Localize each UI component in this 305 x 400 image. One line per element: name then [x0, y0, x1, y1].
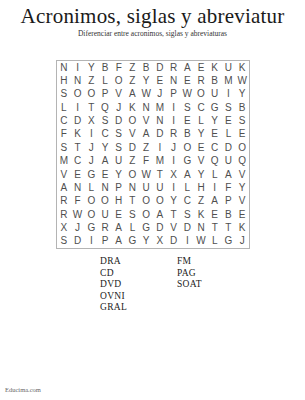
grid-cell[interactable]: Y — [112, 168, 126, 181]
grid-cell[interactable]: O — [126, 168, 140, 181]
grid-cell[interactable]: X — [167, 168, 181, 181]
grid-cell[interactable]: A — [180, 61, 194, 74]
grid-cell[interactable]: D — [167, 235, 181, 248]
grid-cell[interactable]: G — [84, 168, 98, 181]
grid-cell[interactable]: T — [153, 168, 167, 181]
grid-cell[interactable]: S — [112, 128, 126, 141]
grid-cell[interactable]: C — [180, 195, 194, 208]
grid-cell[interactable]: W — [180, 88, 194, 101]
grid-cell[interactable]: V — [235, 195, 249, 208]
grid-cell[interactable]: N — [71, 74, 85, 87]
grid-cell[interactable]: R — [167, 61, 181, 74]
grid-cell[interactable]: A — [126, 88, 140, 101]
grid-cell[interactable]: N — [167, 74, 181, 87]
grid-cell[interactable]: E — [235, 208, 249, 221]
grid-cell[interactable]: L — [98, 74, 112, 87]
grid-cell[interactable]: C — [98, 128, 112, 141]
word-list-col2: FMPAGSOAT — [177, 256, 202, 291]
grid-cell[interactable]: Y — [235, 181, 249, 194]
grid-cell[interactable]: N — [126, 181, 140, 194]
grid-cell[interactable]: E — [222, 114, 236, 127]
grid-cell[interactable]: Y — [139, 235, 153, 248]
grid-cell[interactable]: S — [57, 88, 71, 101]
grid-cell[interactable]: Z — [84, 74, 98, 87]
grid-cell[interactable]: Q — [235, 154, 249, 167]
grid-cell[interactable]: K — [235, 61, 249, 74]
grid-cell[interactable]: M — [57, 154, 71, 167]
grid-cell[interactable]: I — [167, 154, 181, 167]
grid-cell[interactable]: Z — [126, 74, 140, 87]
grid-cell[interactable]: O — [84, 208, 98, 221]
grid-cell[interactable]: P — [167, 88, 181, 101]
grid-cell[interactable]: H — [194, 181, 208, 194]
grid-cell[interactable]: V — [126, 128, 140, 141]
grid-cell[interactable]: R — [194, 74, 208, 87]
grid-cell[interactable]: E — [112, 208, 126, 221]
grid-cell[interactable]: N — [139, 101, 153, 114]
grid-cell[interactable]: W — [139, 88, 153, 101]
grid-cell[interactable]: S — [126, 208, 140, 221]
grid-cell[interactable]: S — [180, 208, 194, 221]
grid-cell[interactable]: A — [57, 181, 71, 194]
grid-cell[interactable]: D — [180, 221, 194, 234]
grid-cell[interactable]: R — [57, 208, 71, 221]
grid-cell[interactable]: D — [153, 61, 167, 74]
grid-cell[interactable]: F — [222, 181, 236, 194]
grid-cell[interactable]: O — [84, 195, 98, 208]
grid-cell[interactable]: T — [84, 101, 98, 114]
grid-cell[interactable]: Z — [126, 154, 140, 167]
grid-cell[interactable]: P — [222, 195, 236, 208]
grid-cell[interactable]: L — [180, 181, 194, 194]
grid-cell[interactable]: A — [112, 235, 126, 248]
grid-cell[interactable]: X — [153, 235, 167, 248]
grid-cell[interactable]: T — [222, 221, 236, 234]
grid-cell[interactable]: U — [222, 61, 236, 74]
grid-cell[interactable]: I — [153, 141, 167, 154]
grid-cell[interactable]: L — [57, 101, 71, 114]
grid-cell[interactable]: R — [167, 128, 181, 141]
grid-cell[interactable]: G — [208, 101, 222, 114]
grid-cell[interactable]: P — [98, 88, 112, 101]
grid-cell[interactable]: S — [180, 101, 194, 114]
grid-cell[interactable]: B — [98, 61, 112, 74]
grid-cell[interactable]: L — [222, 128, 236, 141]
grid-cell[interactable]: K — [208, 61, 222, 74]
grid-cell[interactable]: O — [71, 88, 85, 101]
grid-cell[interactable]: U — [153, 181, 167, 194]
grid-cell[interactable]: Q — [98, 101, 112, 114]
grid-cell[interactable]: A — [98, 154, 112, 167]
grid-cell[interactable]: U — [139, 181, 153, 194]
word-list-item: DVD — [100, 279, 127, 291]
grid-cell[interactable]: E — [235, 128, 249, 141]
grid-cell[interactable]: F — [71, 195, 85, 208]
grid-cell[interactable]: Q — [208, 154, 222, 167]
grid-cell[interactable]: I — [84, 128, 98, 141]
grid-cell[interactable]: P — [98, 235, 112, 248]
grid-cell[interactable]: X — [84, 114, 98, 127]
grid-cell[interactable]: I — [71, 101, 85, 114]
grid-cell[interactable]: J — [84, 154, 98, 167]
page-subtitle: Diferenciar entre acronimos, siglas y ab… — [0, 29, 305, 38]
grid-cell[interactable]: G — [180, 154, 194, 167]
grid-cell[interactable]: O — [84, 88, 98, 101]
grid-cell[interactable]: V — [139, 114, 153, 127]
grid-cell[interactable]: O — [139, 208, 153, 221]
grid-cell[interactable]: Y — [139, 74, 153, 87]
grid-cell[interactable]: K — [235, 221, 249, 234]
grid-cell[interactable]: I — [167, 114, 181, 127]
grid-cell[interactable]: D — [112, 114, 126, 127]
grid-cell[interactable]: Y — [167, 195, 181, 208]
grid-cell[interactable]: N — [57, 61, 71, 74]
grid-cell[interactable]: M — [153, 154, 167, 167]
grid-cell[interactable]: H — [112, 195, 126, 208]
grid-cell[interactable]: B — [139, 61, 153, 74]
grid-cell[interactable]: G — [126, 235, 140, 248]
grid-cell[interactable]: A — [139, 128, 153, 141]
grid-cell[interactable]: D — [222, 141, 236, 154]
grid-cell[interactable]: A — [208, 195, 222, 208]
grid-cell[interactable]: I — [167, 181, 181, 194]
grid-cell[interactable]: B — [235, 101, 249, 114]
grid-cell[interactable]: F — [57, 128, 71, 141]
grid-cell[interactable]: W — [139, 168, 153, 181]
grid-cell[interactable]: X — [57, 221, 71, 234]
grid-cell[interactable]: G — [139, 221, 153, 234]
grid-cell[interactable]: Z — [139, 141, 153, 154]
grid-cell[interactable]: Y — [194, 128, 208, 141]
grid-cell[interactable]: E — [98, 168, 112, 181]
grid-cell[interactable]: A — [222, 168, 236, 181]
grid-cell[interactable]: E — [153, 74, 167, 87]
grid-cell[interactable]: S — [57, 141, 71, 154]
grid-cell[interactable]: J — [71, 221, 85, 234]
grid-cell[interactable]: P — [112, 181, 126, 194]
grid-cell[interactable]: J — [235, 235, 249, 248]
grid-cell[interactable]: I — [71, 61, 85, 74]
grid-cell[interactable]: L — [194, 114, 208, 127]
grid-cell[interactable]: O — [235, 141, 249, 154]
grid-cell[interactable]: U — [98, 208, 112, 221]
grid-cell[interactable]: O — [194, 88, 208, 101]
grid-cell[interactable]: V — [167, 221, 181, 234]
grid-cell[interactable]: E — [194, 141, 208, 154]
grid-cell[interactable]: S — [57, 235, 71, 248]
grid-cell[interactable]: S — [112, 141, 126, 154]
grid-cell[interactable]: A — [153, 208, 167, 221]
grid-cell[interactable]: I — [84, 235, 98, 248]
grid-cell[interactable]: D — [153, 221, 167, 234]
word-list-item: CD — [100, 268, 127, 280]
grid-cell[interactable]: L — [208, 168, 222, 181]
word-list-item: FM — [177, 256, 202, 268]
grid-cell[interactable]: Y — [98, 141, 112, 154]
grid-cell[interactable]: F — [112, 61, 126, 74]
grid-cell[interactable]: I — [208, 181, 222, 194]
word-list-item: DRA — [100, 256, 127, 268]
grid-cell[interactable]: B — [208, 74, 222, 87]
grid-cell[interactable]: I — [167, 101, 181, 114]
grid-cell[interactable]: A — [112, 221, 126, 234]
grid-cell[interactable]: E — [208, 128, 222, 141]
grid-cell[interactable]: T — [167, 208, 181, 221]
grid-cell[interactable]: I — [222, 88, 236, 101]
grid-cell[interactable]: C — [57, 114, 71, 127]
word-list-item: PAG — [177, 268, 202, 280]
grid-cell[interactable]: J — [84, 141, 98, 154]
grid-cell[interactable]: Y — [84, 61, 98, 74]
grid-cell[interactable]: R — [57, 195, 71, 208]
grid-cell[interactable]: V — [57, 168, 71, 181]
grid-cell[interactable]: G — [222, 235, 236, 248]
grid-cell[interactable]: O — [180, 141, 194, 154]
grid-cell[interactable]: W — [194, 235, 208, 248]
grid-cell[interactable]: K — [126, 101, 140, 114]
grid-cell[interactable]: D — [153, 128, 167, 141]
grid-cell[interactable]: G — [84, 221, 98, 234]
grid-cell[interactable]: A — [180, 168, 194, 181]
word-list-item: SOAT — [177, 279, 202, 291]
grid-cell[interactable]: E — [194, 61, 208, 74]
grid-cell[interactable]: J — [112, 101, 126, 114]
grid-cell[interactable]: N — [153, 114, 167, 127]
grid-cell[interactable]: Z — [126, 61, 140, 74]
grid-cell[interactable]: W — [235, 74, 249, 87]
grid-cell[interactable]: U — [222, 154, 236, 167]
grid-cell[interactable]: S — [222, 101, 236, 114]
grid-cell[interactable]: J — [153, 88, 167, 101]
grid-cell[interactable]: B — [180, 128, 194, 141]
word-list-item: OVNI — [100, 291, 127, 303]
grid-cell[interactable]: V — [235, 168, 249, 181]
grid-cell[interactable]: D — [126, 141, 140, 154]
grid-cell[interactable]: B — [222, 208, 236, 221]
grid-cell[interactable]: C — [208, 141, 222, 154]
grid-cell[interactable]: S — [235, 114, 249, 127]
grid-cell[interactable]: N — [194, 221, 208, 234]
grid-cell[interactable]: E — [208, 208, 222, 221]
grid-cell[interactable]: H — [57, 74, 71, 87]
grid-cell[interactable]: D — [71, 114, 85, 127]
site-credit: Educima.com — [5, 386, 41, 393]
grid-cell[interactable]: E — [180, 114, 194, 127]
grid-cell[interactable]: C — [194, 101, 208, 114]
grid-cell[interactable]: E — [71, 168, 85, 181]
word-list-item: GRAL — [100, 302, 127, 314]
word-list-col1: DRACDDVDOVNIGRAL — [100, 256, 127, 314]
grid-cell[interactable]: K — [194, 208, 208, 221]
grid-cell[interactable]: L — [126, 221, 140, 234]
grid-cell[interactable]: F — [139, 154, 153, 167]
grid-cell[interactable]: M — [222, 74, 236, 87]
grid-cell[interactable]: W — [71, 208, 85, 221]
grid-cell[interactable]: U — [208, 88, 222, 101]
grid-cell[interactable]: D — [71, 235, 85, 248]
worksheet-page: Acronimos, siglas y abreviatur Diferenci… — [0, 0, 305, 400]
grid-cell[interactable]: C — [71, 154, 85, 167]
grid-cell[interactable]: I — [180, 235, 194, 248]
grid-cell[interactable]: M — [153, 101, 167, 114]
grid-cell[interactable]: N — [98, 181, 112, 194]
grid-cell[interactable]: Z — [194, 195, 208, 208]
grid-cell[interactable]: V — [112, 88, 126, 101]
grid-cell[interactable]: R — [98, 221, 112, 234]
grid-cell[interactable]: K — [71, 128, 85, 141]
grid-cell[interactable]: O — [112, 74, 126, 87]
grid-cell[interactable]: O — [153, 195, 167, 208]
grid-cell[interactable]: J — [167, 141, 181, 154]
grid-cell[interactable]: Y — [235, 88, 249, 101]
grid-cell[interactable]: N — [71, 181, 85, 194]
word-grid: NIYBFZBDRAEKUKHNZLOZYENERBMWSOOPVAWJPWOU… — [56, 60, 250, 249]
grid-cell[interactable]: L — [208, 235, 222, 248]
grid-cell[interactable]: O — [98, 195, 112, 208]
page-title: Acronimos, siglas y abreviatur — [0, 4, 305, 29]
grid-cell[interactable]: S — [98, 114, 112, 127]
grid-cell[interactable]: Y — [208, 114, 222, 127]
grid-cell[interactable]: T — [126, 195, 140, 208]
grid-cell[interactable]: O — [126, 114, 140, 127]
grid-cell[interactable]: T — [208, 221, 222, 234]
grid-cell[interactable]: O — [139, 195, 153, 208]
grid-cell[interactable]: E — [180, 74, 194, 87]
grid-cell[interactable]: Y — [194, 168, 208, 181]
grid-cell[interactable]: T — [71, 141, 85, 154]
grid-cell[interactable]: U — [112, 154, 126, 167]
grid-cell[interactable]: L — [84, 181, 98, 194]
grid-cell[interactable]: V — [194, 154, 208, 167]
